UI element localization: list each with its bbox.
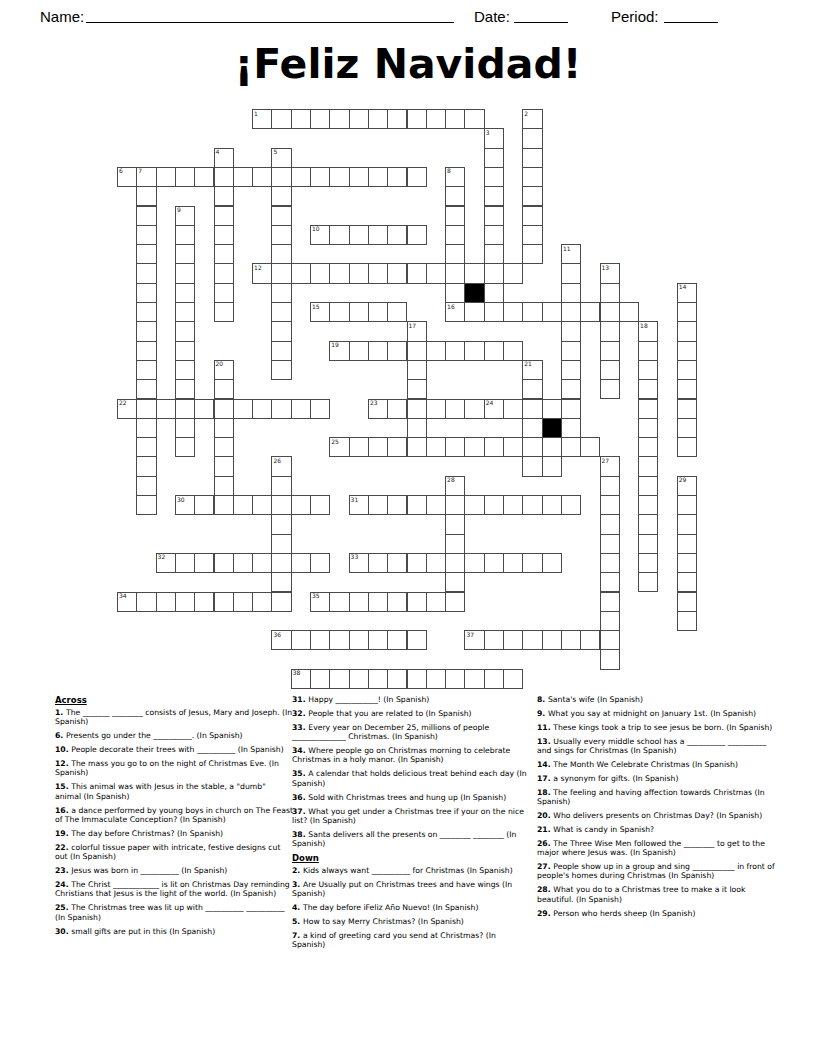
grid-cell-r18c25[interactable]: 27: [600, 456, 620, 476]
grid-cell-r18c5[interactable]: [214, 456, 234, 476]
grid-cell-r2c21[interactable]: [522, 148, 542, 168]
grid-cell-r14c27[interactable]: [638, 379, 658, 399]
grid-cell-r20c10[interactable]: [310, 495, 330, 515]
grid-cell-r25c8[interactable]: [271, 592, 291, 612]
grid-cell-r3c5[interactable]: [214, 167, 234, 187]
grid-cell-r12c14[interactable]: [387, 341, 407, 361]
grid-cell-r17c19[interactable]: [484, 437, 504, 457]
grid-cell-r23c20[interactable]: [503, 553, 523, 573]
grid-cell-r10c19[interactable]: [484, 302, 504, 322]
grid-cell-r8c14[interactable]: [387, 263, 407, 283]
grid-cell-r22c17[interactable]: [445, 534, 465, 554]
grid-cell-r28c25[interactable]: [600, 649, 620, 669]
grid-cell-r15c27[interactable]: [638, 399, 658, 419]
grid-cell-r6c14[interactable]: [387, 225, 407, 245]
grid-cell-r24c27[interactable]: [638, 572, 658, 592]
grid-cell-r27c25[interactable]: [600, 630, 620, 650]
grid-cell-r10c20[interactable]: [503, 302, 523, 322]
grid-cell-r19c17[interactable]: 28: [445, 476, 465, 496]
grid-cell-r9c17[interactable]: [445, 283, 465, 303]
grid-cell-r15c2[interactable]: [156, 399, 176, 419]
grid-cell-r6c21[interactable]: [522, 225, 542, 245]
grid-cell-r15c8[interactable]: [271, 399, 291, 419]
grid-cell-r23c8[interactable]: [271, 553, 291, 573]
grid-cell-r23c15[interactable]: [407, 553, 427, 573]
grid-cell-r15c19[interactable]: 24: [484, 399, 504, 419]
date-blank-line[interactable]: [514, 9, 568, 23]
grid-cell-r10c12[interactable]: [349, 302, 369, 322]
grid-cell-r7c5[interactable]: [214, 244, 234, 264]
grid-cell-r4c5[interactable]: [214, 186, 234, 206]
grid-cell-r11c1[interactable]: [136, 321, 156, 341]
grid-cell-r20c22[interactable]: [542, 495, 562, 515]
grid-cell-r17c14[interactable]: [387, 437, 407, 457]
grid-cell-r29c12[interactable]: [349, 669, 369, 689]
grid-cell-r8c8[interactable]: [271, 263, 291, 283]
grid-cell-r15c9[interactable]: [291, 399, 311, 419]
grid-cell-r17c3[interactable]: [175, 437, 195, 457]
grid-cell-r8c5[interactable]: [214, 263, 234, 283]
grid-cell-r15c20[interactable]: [503, 399, 523, 419]
grid-cell-r15c22[interactable]: [542, 399, 562, 419]
grid-cell-r5c21[interactable]: [522, 206, 542, 226]
grid-cell-r7c8[interactable]: [271, 244, 291, 264]
grid-cell-r8c10[interactable]: [310, 263, 330, 283]
grid-cell-r12c18[interactable]: [464, 341, 484, 361]
grid-cell-r29c15[interactable]: [407, 669, 427, 689]
grid-cell-r9c1[interactable]: [136, 283, 156, 303]
grid-cell-r15c6[interactable]: [233, 399, 253, 419]
grid-cell-r13c1[interactable]: [136, 360, 156, 380]
grid-cell-r0c15[interactable]: [407, 109, 427, 129]
grid-cell-r24c8[interactable]: [271, 572, 291, 592]
grid-cell-r27c8[interactable]: 36: [271, 630, 291, 650]
grid-cell-r6c5[interactable]: [214, 225, 234, 245]
grid-cell-r24c17[interactable]: [445, 572, 465, 592]
grid-cell-r23c25[interactable]: [600, 553, 620, 573]
grid-cell-r27c21[interactable]: [522, 630, 542, 650]
grid-cell-r0c21[interactable]: 2: [522, 109, 542, 129]
grid-cell-r6c15[interactable]: [407, 225, 427, 245]
grid-cell-r3c1[interactable]: 7: [136, 167, 156, 187]
grid-cell-r3c7[interactable]: [252, 167, 272, 187]
grid-cell-r12c29[interactable]: [677, 341, 697, 361]
grid-cell-r12c8[interactable]: [271, 341, 291, 361]
grid-cell-r12c3[interactable]: [175, 341, 195, 361]
grid-cell-r12c19[interactable]: [484, 341, 504, 361]
grid-cell-r26c29[interactable]: [677, 611, 697, 631]
grid-cell-r3c0[interactable]: 6: [117, 167, 137, 187]
grid-cell-r27c11[interactable]: [329, 630, 349, 650]
grid-cell-r12c20[interactable]: [503, 341, 523, 361]
grid-cell-r4c21[interactable]: [522, 186, 542, 206]
grid-cell-r6c8[interactable]: [271, 225, 291, 245]
grid-cell-r12c12[interactable]: [349, 341, 369, 361]
grid-cell-r9c3[interactable]: [175, 283, 195, 303]
grid-cell-r20c20[interactable]: [503, 495, 523, 515]
grid-cell-r12c1[interactable]: [136, 341, 156, 361]
grid-cell-r6c13[interactable]: [368, 225, 388, 245]
grid-cell-r14c25[interactable]: [600, 379, 620, 399]
grid-cell-r23c6[interactable]: [233, 553, 253, 573]
grid-cell-r20c4[interactable]: [194, 495, 214, 515]
grid-cell-r25c25[interactable]: [600, 592, 620, 612]
grid-cell-r24c29[interactable]: [677, 572, 697, 592]
grid-cell-r4c8[interactable]: [271, 186, 291, 206]
grid-cell-r17c29[interactable]: [677, 437, 697, 457]
grid-cell-r19c5[interactable]: [214, 476, 234, 496]
grid-cell-r27c12[interactable]: [349, 630, 369, 650]
grid-cell-r17c27[interactable]: [638, 437, 658, 457]
grid-cell-r25c14[interactable]: [387, 592, 407, 612]
grid-cell-r5c17[interactable]: [445, 206, 465, 226]
grid-cell-r25c17[interactable]: [445, 592, 465, 612]
grid-cell-r23c21[interactable]: [522, 553, 542, 573]
grid-cell-r20c19[interactable]: [484, 495, 504, 515]
grid-cell-r23c19[interactable]: [484, 553, 504, 573]
grid-cell-r21c17[interactable]: [445, 514, 465, 534]
grid-cell-r17c15[interactable]: [407, 437, 427, 457]
grid-cell-r13c15[interactable]: [407, 360, 427, 380]
grid-cell-r10c26[interactable]: [619, 302, 639, 322]
grid-cell-r25c15[interactable]: [407, 592, 427, 612]
grid-cell-r25c10[interactable]: 35: [310, 592, 330, 612]
grid-cell-r15c17[interactable]: [445, 399, 465, 419]
grid-cell-r7c19[interactable]: [484, 244, 504, 264]
grid-cell-r17c18[interactable]: [464, 437, 484, 457]
grid-cell-r15c18[interactable]: [464, 399, 484, 419]
grid-cell-r8c12[interactable]: [349, 263, 369, 283]
grid-cell-r8c15[interactable]: [407, 263, 427, 283]
grid-cell-r4c17[interactable]: [445, 186, 465, 206]
grid-cell-r9c19[interactable]: [484, 283, 504, 303]
grid-cell-r15c3[interactable]: [175, 399, 195, 419]
grid-cell-r15c21[interactable]: [522, 399, 542, 419]
grid-cell-r27c13[interactable]: [368, 630, 388, 650]
grid-cell-r20c1[interactable]: [136, 495, 156, 515]
grid-cell-r0c11[interactable]: [329, 109, 349, 129]
grid-cell-r9c8[interactable]: [271, 283, 291, 303]
grid-cell-r16c23[interactable]: [561, 418, 581, 438]
grid-cell-r14c29[interactable]: [677, 379, 697, 399]
grid-cell-r10c13[interactable]: [368, 302, 388, 322]
grid-cell-r25c13[interactable]: [368, 592, 388, 612]
grid-cell-r8c23[interactable]: [561, 263, 581, 283]
grid-cell-r15c29[interactable]: [677, 399, 697, 419]
grid-cell-r3c13[interactable]: [368, 167, 388, 187]
grid-cell-r23c13[interactable]: [368, 553, 388, 573]
grid-cell-r20c9[interactable]: [291, 495, 311, 515]
grid-cell-r19c25[interactable]: [600, 476, 620, 496]
grid-cell-r10c18[interactable]: [464, 302, 484, 322]
grid-cell-r1c21[interactable]: [522, 128, 542, 148]
grid-cell-r8c19[interactable]: [484, 263, 504, 283]
grid-cell-r13c8[interactable]: [271, 360, 291, 380]
grid-cell-r0c16[interactable]: [426, 109, 446, 129]
grid-cell-r0c9[interactable]: [291, 109, 311, 129]
grid-cell-r8c7[interactable]: 12: [252, 263, 272, 283]
grid-cell-r22c25[interactable]: [600, 534, 620, 554]
grid-cell-r15c13[interactable]: 23: [368, 399, 388, 419]
grid-cell-r22c27[interactable]: [638, 534, 658, 554]
grid-cell-r10c5[interactable]: [214, 302, 234, 322]
grid-cell-r18c22[interactable]: [542, 456, 562, 476]
grid-cell-r23c2[interactable]: 32: [156, 553, 176, 573]
grid-cell-r0c13[interactable]: [368, 109, 388, 129]
grid-cell-r3c15[interactable]: [407, 167, 427, 187]
grid-cell-r14c21[interactable]: [522, 379, 542, 399]
grid-cell-r15c5[interactable]: [214, 399, 234, 419]
grid-cell-r11c25[interactable]: [600, 321, 620, 341]
grid-cell-r7c3[interactable]: [175, 244, 195, 264]
grid-cell-r6c17[interactable]: [445, 225, 465, 245]
grid-cell-r25c3[interactable]: [175, 592, 195, 612]
grid-cell-r11c23[interactable]: [561, 321, 581, 341]
grid-cell-r20c12[interactable]: 31: [349, 495, 369, 515]
grid-cell-r23c16[interactable]: [426, 553, 446, 573]
grid-cell-r16c5[interactable]: [214, 418, 234, 438]
grid-cell-r4c19[interactable]: [484, 186, 504, 206]
grid-cell-r29c11[interactable]: [329, 669, 349, 689]
grid-cell-r20c14[interactable]: [387, 495, 407, 515]
grid-cell-r20c29[interactable]: [677, 495, 697, 515]
grid-cell-r10c8[interactable]: [271, 302, 291, 322]
grid-cell-r25c2[interactable]: [156, 592, 176, 612]
grid-cell-r25c0[interactable]: 34: [117, 592, 137, 612]
grid-cell-r13c27[interactable]: [638, 360, 658, 380]
grid-cell-r3c12[interactable]: [349, 167, 369, 187]
grid-cell-r13c21[interactable]: 21: [522, 360, 542, 380]
grid-cell-r25c12[interactable]: [349, 592, 369, 612]
grid-cell-r12c25[interactable]: [600, 341, 620, 361]
grid-cell-r12c13[interactable]: [368, 341, 388, 361]
grid-cell-r14c3[interactable]: [175, 379, 195, 399]
grid-cell-r18c27[interactable]: [638, 456, 658, 476]
grid-cell-r3c14[interactable]: [387, 167, 407, 187]
grid-cell-r21c8[interactable]: [271, 514, 291, 534]
grid-cell-r2c19[interactable]: [484, 148, 504, 168]
grid-cell-r8c25[interactable]: 13: [600, 263, 620, 283]
grid-cell-r0c7[interactable]: 1: [252, 109, 272, 129]
grid-cell-r1c19[interactable]: 3: [484, 128, 504, 148]
grid-cell-r11c27[interactable]: 18: [638, 321, 658, 341]
grid-cell-r23c22[interactable]: [542, 553, 562, 573]
grid-cell-r6c11[interactable]: [329, 225, 349, 245]
grid-cell-r20c27[interactable]: [638, 495, 658, 515]
grid-cell-r27c20[interactable]: [503, 630, 523, 650]
grid-cell-r7c17[interactable]: [445, 244, 465, 264]
grid-cell-r29c13[interactable]: [368, 669, 388, 689]
grid-cell-r7c23[interactable]: 11: [561, 244, 581, 264]
grid-cell-r16c3[interactable]: [175, 418, 195, 438]
grid-cell-r23c18[interactable]: [464, 553, 484, 573]
grid-cell-r27c23[interactable]: [561, 630, 581, 650]
grid-cell-r12c23[interactable]: [561, 341, 581, 361]
grid-cell-r20c25[interactable]: [600, 495, 620, 515]
grid-cell-r9c29[interactable]: 14: [677, 283, 697, 303]
grid-cell-r3c4[interactable]: [194, 167, 214, 187]
grid-cell-r0c18[interactable]: [464, 109, 484, 129]
grid-cell-r13c25[interactable]: [600, 360, 620, 380]
grid-cell-r26c25[interactable]: [600, 611, 620, 631]
grid-cell-r23c5[interactable]: [214, 553, 234, 573]
grid-cell-r11c3[interactable]: [175, 321, 195, 341]
grid-cell-r0c8[interactable]: [271, 109, 291, 129]
grid-cell-r11c8[interactable]: [271, 321, 291, 341]
grid-cell-r10c25[interactable]: [600, 302, 620, 322]
grid-cell-r4c1[interactable]: [136, 186, 156, 206]
grid-cell-r8c13[interactable]: [368, 263, 388, 283]
grid-cell-r15c23[interactable]: [561, 399, 581, 419]
grid-cell-r5c19[interactable]: [484, 206, 504, 226]
grid-cell-r23c9[interactable]: [291, 553, 311, 573]
grid-cell-r20c7[interactable]: [252, 495, 272, 515]
grid-cell-r16c1[interactable]: [136, 418, 156, 438]
grid-cell-r12c17[interactable]: [445, 341, 465, 361]
grid-cell-r29c16[interactable]: [426, 669, 446, 689]
grid-cell-r25c7[interactable]: [252, 592, 272, 612]
grid-cell-r20c18[interactable]: [464, 495, 484, 515]
grid-cell-r19c8[interactable]: [271, 476, 291, 496]
grid-cell-r18c1[interactable]: [136, 456, 156, 476]
grid-cell-r15c0[interactable]: 22: [117, 399, 137, 419]
grid-cell-r16c29[interactable]: [677, 418, 697, 438]
grid-cell-r24c25[interactable]: [600, 572, 620, 592]
grid-cell-r17c21[interactable]: [522, 437, 542, 457]
grid-cell-r17c12[interactable]: [349, 437, 369, 457]
grid-cell-r15c7[interactable]: [252, 399, 272, 419]
grid-cell-r29c19[interactable]: [484, 669, 504, 689]
grid-cell-r3c17[interactable]: 8: [445, 167, 465, 187]
grid-cell-r20c13[interactable]: [368, 495, 388, 515]
grid-cell-r27c22[interactable]: [542, 630, 562, 650]
grid-cell-r15c10[interactable]: [310, 399, 330, 419]
grid-cell-r20c23[interactable]: [561, 495, 581, 515]
grid-cell-r20c6[interactable]: [233, 495, 253, 515]
grid-cell-r21c29[interactable]: [677, 514, 697, 534]
grid-cell-r0c14[interactable]: [387, 109, 407, 129]
grid-cell-r25c1[interactable]: [136, 592, 156, 612]
grid-cell-r13c29[interactable]: [677, 360, 697, 380]
grid-cell-r27c14[interactable]: [387, 630, 407, 650]
grid-cell-r27c18[interactable]: 37: [464, 630, 484, 650]
grid-cell-r11c15[interactable]: 17: [407, 321, 427, 341]
grid-cell-r25c5[interactable]: [214, 592, 234, 612]
grid-cell-r10c17[interactable]: 16: [445, 302, 465, 322]
grid-cell-r29c18[interactable]: [464, 669, 484, 689]
grid-cell-r8c3[interactable]: [175, 263, 195, 283]
grid-cell-r20c3[interactable]: 30: [175, 495, 195, 515]
grid-cell-r3c10[interactable]: [310, 167, 330, 187]
grid-cell-r21c27[interactable]: [638, 514, 658, 534]
grid-cell-r14c23[interactable]: [561, 379, 581, 399]
grid-cell-r10c10[interactable]: 15: [310, 302, 330, 322]
grid-cell-r16c15[interactable]: [407, 418, 427, 438]
grid-cell-r20c21[interactable]: [522, 495, 542, 515]
grid-cell-r16c21[interactable]: [522, 418, 542, 438]
grid-cell-r9c23[interactable]: [561, 283, 581, 303]
grid-cell-r19c1[interactable]: [136, 476, 156, 496]
grid-cell-r14c1[interactable]: [136, 379, 156, 399]
grid-cell-r8c16[interactable]: [426, 263, 446, 283]
grid-cell-r15c4[interactable]: [194, 399, 214, 419]
grid-cell-r15c1[interactable]: [136, 399, 156, 419]
grid-cell-r29c10[interactable]: [310, 669, 330, 689]
grid-cell-r22c29[interactable]: [677, 534, 697, 554]
grid-cell-r27c15[interactable]: [407, 630, 427, 650]
grid-cell-r7c1[interactable]: [136, 244, 156, 264]
grid-cell-r23c3[interactable]: [175, 553, 195, 573]
grid-cell-r25c6[interactable]: [233, 592, 253, 612]
grid-cell-r0c10[interactable]: [310, 109, 330, 129]
grid-cell-r12c11[interactable]: 19: [329, 341, 349, 361]
grid-cell-r12c27[interactable]: [638, 341, 658, 361]
grid-cell-r25c4[interactable]: [194, 592, 214, 612]
grid-cell-r18c21[interactable]: [522, 456, 542, 476]
grid-cell-r17c22[interactable]: [542, 437, 562, 457]
grid-cell-r0c17[interactable]: [445, 109, 465, 129]
grid-cell-r20c5[interactable]: [214, 495, 234, 515]
grid-cell-r7c21[interactable]: [522, 244, 542, 264]
grid-cell-r27c24[interactable]: [580, 630, 600, 650]
grid-cell-r23c7[interactable]: [252, 553, 272, 573]
grid-cell-r9c5[interactable]: [214, 283, 234, 303]
grid-cell-r3c9[interactable]: [291, 167, 311, 187]
grid-cell-r17c17[interactable]: [445, 437, 465, 457]
grid-cell-r17c13[interactable]: [368, 437, 388, 457]
grid-cell-r23c17[interactable]: [445, 553, 465, 573]
grid-cell-r3c19[interactable]: [484, 167, 504, 187]
grid-cell-r25c16[interactable]: [426, 592, 446, 612]
grid-cell-r17c23[interactable]: [561, 437, 581, 457]
grid-cell-r10c1[interactable]: [136, 302, 156, 322]
grid-cell-r6c12[interactable]: [349, 225, 369, 245]
grid-cell-r23c10[interactable]: [310, 553, 330, 573]
grid-cell-r27c10[interactable]: [310, 630, 330, 650]
grid-cell-r20c17[interactable]: [445, 495, 465, 515]
grid-cell-r5c8[interactable]: [271, 206, 291, 226]
grid-cell-r0c12[interactable]: [349, 109, 369, 129]
grid-cell-r9c25[interactable]: [600, 283, 620, 303]
grid-cell-r23c29[interactable]: [677, 553, 697, 573]
grid-cell-r8c17[interactable]: [445, 263, 465, 283]
grid-cell-r14c15[interactable]: [407, 379, 427, 399]
grid-cell-r10c23[interactable]: [561, 302, 581, 322]
grid-cell-r25c11[interactable]: [329, 592, 349, 612]
grid-cell-r29c20[interactable]: [503, 669, 523, 689]
grid-cell-r23c4[interactable]: [194, 553, 214, 573]
grid-cell-r23c27[interactable]: [638, 553, 658, 573]
grid-cell-r12c16[interactable]: [426, 341, 446, 361]
grid-cell-r5c1[interactable]: [136, 206, 156, 226]
grid-cell-r29c14[interactable]: [387, 669, 407, 689]
grid-cell-r8c11[interactable]: [329, 263, 349, 283]
grid-cell-r2c5[interactable]: 4: [214, 148, 234, 168]
grid-cell-r23c14[interactable]: [387, 553, 407, 573]
grid-cell-r10c22[interactable]: [542, 302, 562, 322]
grid-cell-r20c15[interactable]: [407, 495, 427, 515]
grid-cell-r6c19[interactable]: [484, 225, 504, 245]
period-blank-line[interactable]: [664, 9, 718, 23]
grid-cell-r6c3[interactable]: [175, 225, 195, 245]
grid-cell-r8c18[interactable]: [464, 263, 484, 283]
grid-cell-r6c1[interactable]: [136, 225, 156, 245]
grid-cell-r29c17[interactable]: [445, 669, 465, 689]
grid-cell-r29c9[interactable]: 38: [291, 669, 311, 689]
grid-cell-r3c6[interactable]: [233, 167, 253, 187]
grid-cell-r16c27[interactable]: [638, 418, 658, 438]
grid-cell-r12c15[interactable]: [407, 341, 427, 361]
